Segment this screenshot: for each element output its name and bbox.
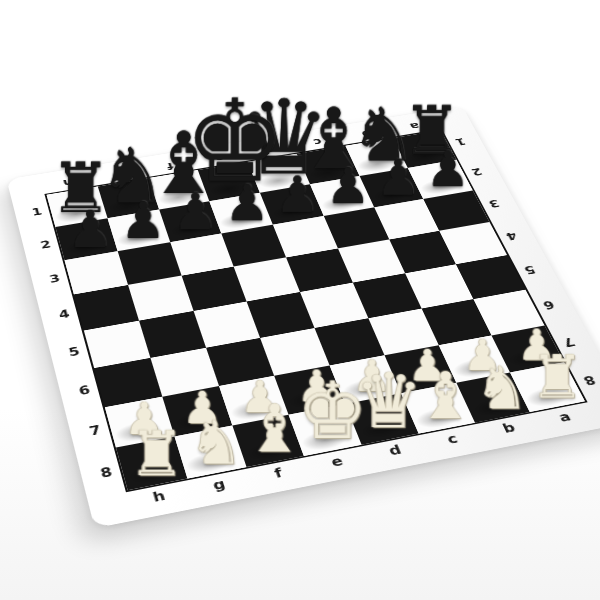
white-king-e8[interactable]: ♚ xyxy=(297,374,367,448)
white-knight-b8[interactable]: ♞ xyxy=(475,360,528,416)
white-bishop-f8[interactable]: ♝ xyxy=(245,397,304,459)
square-e4[interactable] xyxy=(234,258,300,302)
white-knight-g8[interactable]: ♞ xyxy=(189,414,243,472)
white-rook-h8[interactable]: ♜ xyxy=(129,424,185,483)
square-f2[interactable]: ♟ xyxy=(159,201,222,242)
white-bishop-c8[interactable]: ♝ xyxy=(417,365,475,426)
square-g8[interactable]: ♞ xyxy=(174,426,246,479)
black-pawn-h2[interactable]: ♟ xyxy=(68,206,114,254)
black-pawn-b2[interactable]: ♟ xyxy=(376,155,420,202)
square-c5[interactable] xyxy=(353,273,421,318)
white-rook-a8[interactable]: ♜ xyxy=(530,348,583,405)
square-g2[interactable]: ♟ xyxy=(107,209,169,250)
product-photo-scene: hgfedcba hgfedcba 12345678 12345678 ♜♞♝♚… xyxy=(0,0,600,600)
square-h2[interactable]: ♟ xyxy=(55,218,117,260)
black-pawn-d2[interactable]: ♟ xyxy=(275,171,320,218)
black-pawn-f2[interactable]: ♟ xyxy=(173,188,218,236)
board-mat: hgfedcba hgfedcba 12345678 12345678 ♜♞♝♚… xyxy=(7,106,600,529)
board-frame: hgfedcba hgfedcba 12345678 12345678 ♜♞♝♚… xyxy=(17,112,600,518)
black-pawn-g2[interactable]: ♟ xyxy=(120,197,165,245)
black-pawn-e2[interactable]: ♟ xyxy=(224,180,269,228)
black-pawn-c2[interactable]: ♟ xyxy=(326,163,370,210)
square-h8[interactable]: ♜ xyxy=(116,437,187,491)
